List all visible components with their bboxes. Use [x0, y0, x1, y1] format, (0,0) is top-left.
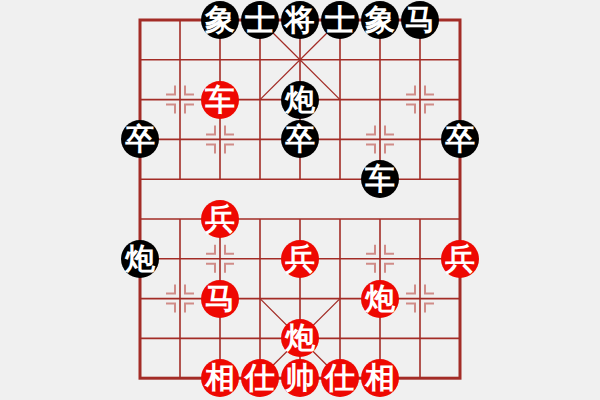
piece-red-advisor[interactable]: 仕	[321, 359, 359, 397]
piece-black-cannon[interactable]: 炮	[281, 81, 319, 119]
piece-red-pawn[interactable]: 兵	[441, 240, 479, 278]
piece-red-chariot[interactable]: 车	[201, 81, 239, 119]
piece-black-pawn[interactable]: 卒	[121, 120, 159, 158]
piece-black-advisor[interactable]: 士	[241, 1, 279, 39]
piece-black-chariot[interactable]: 车	[361, 160, 399, 198]
piece-red-elephant[interactable]: 相	[201, 359, 239, 397]
piece-red-elephant[interactable]: 相	[361, 359, 399, 397]
piece-red-horse[interactable]: 马	[201, 280, 239, 318]
piece-red-pawn[interactable]: 兵	[201, 200, 239, 238]
piece-black-king[interactable]: 将	[281, 1, 319, 39]
piece-black-cannon[interactable]: 炮	[121, 240, 159, 278]
piece-black-elephant[interactable]: 象	[201, 1, 239, 39]
piece-red-king[interactable]: 帅	[281, 359, 319, 397]
piece-red-pawn[interactable]: 兵	[281, 240, 319, 278]
piece-black-elephant[interactable]: 象	[361, 1, 399, 39]
piece-black-horse[interactable]: 马	[401, 1, 439, 39]
piece-red-cannon[interactable]: 炮	[281, 319, 319, 357]
piece-red-advisor[interactable]: 仕	[241, 359, 279, 397]
pieces-layer: 象士将士象马车炮卒卒卒车兵炮兵兵马炮炮相仕帅仕相	[120, 0, 480, 398]
piece-red-cannon[interactable]: 炮	[361, 280, 399, 318]
piece-black-pawn[interactable]: 卒	[441, 120, 479, 158]
piece-black-advisor[interactable]: 士	[321, 1, 359, 39]
piece-black-pawn[interactable]: 卒	[281, 120, 319, 158]
xiangqi-board: 象士将士象马车炮卒卒卒车兵炮兵兵马炮炮相仕帅仕相	[0, 0, 600, 400]
